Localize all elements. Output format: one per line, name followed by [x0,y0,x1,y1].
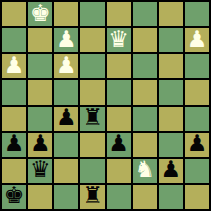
square-g1[interactable] [159,185,183,209]
square-c7[interactable]: ♟ [54,28,78,52]
square-e8[interactable] [107,2,131,26]
square-f8[interactable] [133,2,157,26]
piece-black-pawn-c4[interactable]: ♟ [56,107,77,130]
square-g2[interactable]: ♟ [159,159,183,183]
square-c2[interactable] [54,159,78,183]
square-a1[interactable]: ♚ [2,185,26,209]
piece-black-pawn-b3[interactable]: ♟ [30,133,51,156]
square-h6[interactable] [185,54,209,78]
square-e5[interactable] [107,80,131,104]
square-h4[interactable] [185,107,209,131]
piece-black-queen-b2[interactable]: ♛ [30,159,51,182]
square-d2[interactable] [80,159,104,183]
square-f6[interactable] [133,54,157,78]
piece-black-king-a1[interactable]: ♚ [4,185,25,208]
square-d8[interactable] [80,2,104,26]
square-g8[interactable] [159,2,183,26]
square-f5[interactable] [133,80,157,104]
square-f1[interactable] [133,185,157,209]
square-e2[interactable] [107,159,131,183]
square-a6[interactable]: ♟ [2,54,26,78]
chess-board: ♚♟♛♟♟♟♟♜♟♟♟♟♛♞♟♚♜ [0,0,211,211]
piece-black-rook-d4[interactable]: ♜ [82,107,103,130]
square-a2[interactable] [2,159,26,183]
square-a8[interactable] [2,2,26,26]
square-h8[interactable] [185,2,209,26]
piece-black-pawn-g2[interactable]: ♟ [161,159,182,182]
piece-white-pawn-c6[interactable]: ♟ [56,54,77,77]
square-e7[interactable]: ♛ [107,28,131,52]
square-g5[interactable] [159,80,183,104]
square-d5[interactable] [80,80,104,104]
square-f3[interactable] [133,133,157,157]
piece-white-pawn-c7[interactable]: ♟ [56,28,77,51]
piece-black-pawn-h3[interactable]: ♟ [187,133,208,156]
square-a3[interactable]: ♟ [2,133,26,157]
square-c1[interactable] [54,185,78,209]
square-b1[interactable] [28,185,52,209]
square-d7[interactable] [80,28,104,52]
square-e6[interactable] [107,54,131,78]
square-d4[interactable]: ♜ [80,107,104,131]
square-g4[interactable] [159,107,183,131]
square-h7[interactable]: ♟ [185,28,209,52]
square-b2[interactable]: ♛ [28,159,52,183]
square-h5[interactable] [185,80,209,104]
square-d1[interactable]: ♜ [80,185,104,209]
chess-board-window: ♚♟♛♟♟♟♟♜♟♟♟♟♛♞♟♚♜ [0,0,211,211]
piece-white-queen-e7[interactable]: ♛ [108,28,129,51]
piece-black-pawn-e3[interactable]: ♟ [108,133,129,156]
square-c4[interactable]: ♟ [54,107,78,131]
square-b7[interactable] [28,28,52,52]
square-c5[interactable] [54,80,78,104]
square-b4[interactable] [28,107,52,131]
square-g7[interactable] [159,28,183,52]
square-e1[interactable] [107,185,131,209]
square-b5[interactable] [28,80,52,104]
square-c6[interactable]: ♟ [54,54,78,78]
square-c3[interactable] [54,133,78,157]
square-d6[interactable] [80,54,104,78]
square-a7[interactable] [2,28,26,52]
square-a5[interactable] [2,80,26,104]
square-d3[interactable] [80,133,104,157]
square-b3[interactable]: ♟ [28,133,52,157]
square-h1[interactable] [185,185,209,209]
square-f4[interactable] [133,107,157,131]
square-g3[interactable] [159,133,183,157]
square-e3[interactable]: ♟ [107,133,131,157]
square-h3[interactable]: ♟ [185,133,209,157]
piece-white-knight-f2[interactable]: ♞ [134,159,155,182]
square-c8[interactable] [54,2,78,26]
piece-white-pawn-a6[interactable]: ♟ [4,54,25,77]
square-f2[interactable]: ♞ [133,159,157,183]
piece-black-rook-d1[interactable]: ♜ [82,185,103,208]
square-h2[interactable] [185,159,209,183]
piece-black-pawn-a3[interactable]: ♟ [4,133,25,156]
square-e4[interactable] [107,107,131,131]
square-b8[interactable]: ♚ [28,2,52,26]
piece-white-king-b8[interactable]: ♚ [30,2,51,25]
square-g6[interactable] [159,54,183,78]
square-a4[interactable] [2,107,26,131]
square-b6[interactable] [28,54,52,78]
piece-white-pawn-h7[interactable]: ♟ [187,28,208,51]
square-f7[interactable] [133,28,157,52]
